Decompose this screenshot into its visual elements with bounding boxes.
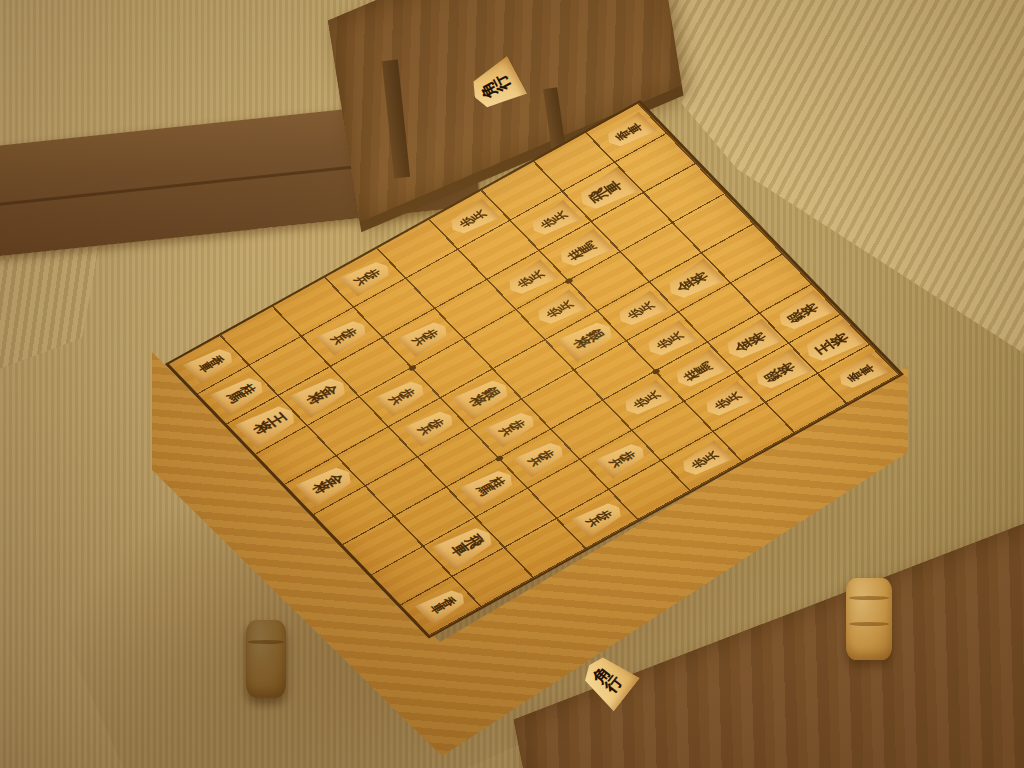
leg-ring [849, 596, 889, 600]
board-leg-right [846, 578, 892, 660]
piece-kanji: 角 行 [591, 665, 624, 696]
leg-ring [248, 640, 283, 644]
leg-ring [849, 622, 889, 626]
photo-scene: 香 車銀 将玉 将香 車飛 車金 将金 将銀 将歩 兵桂 馬歩 兵歩 兵桂 馬歩… [0, 0, 1024, 768]
board-leg-left [246, 620, 286, 698]
piece-kanji: 角 行 [479, 72, 513, 100]
